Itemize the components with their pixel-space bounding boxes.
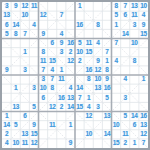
cell-r7c6[interactable]: 15: [48, 57, 57, 66]
cell-r7c4[interactable]: [29, 57, 38, 66]
cell-r13c3[interactable]: 6: [20, 112, 29, 121]
cell-r6c11[interactable]: [93, 48, 102, 57]
cell-r5c4[interactable]: [29, 39, 38, 48]
cell-r14c3[interactable]: [20, 121, 29, 130]
cell-r12c9[interactable]: 15: [75, 102, 84, 111]
cell-r1c4[interactable]: 11: [29, 2, 38, 11]
cell-r11c1[interactable]: [2, 93, 11, 102]
cell-r1c1[interactable]: 3: [2, 2, 11, 11]
cell-r3c12[interactable]: [102, 20, 111, 29]
cell-r5c2[interactable]: [11, 39, 20, 48]
cell-r16c16[interactable]: 7: [139, 139, 148, 148]
cell-r16c11[interactable]: [93, 139, 102, 148]
cell-r16c15[interactable]: 1: [130, 139, 139, 148]
cell-r16c1[interactable]: 4: [2, 139, 11, 148]
cell-r1c11[interactable]: [93, 2, 102, 11]
cell-r10c13[interactable]: [112, 84, 121, 93]
cell-r3c10[interactable]: [84, 20, 93, 29]
cell-r2c9[interactable]: [75, 11, 84, 20]
cell-r4c3[interactable]: 7: [20, 29, 29, 38]
cell-r6c3[interactable]: 1: [20, 48, 29, 57]
cell-r5c16[interactable]: [139, 39, 148, 48]
cell-r2c15[interactable]: 11: [130, 11, 139, 20]
cell-r15c16[interactable]: 12: [139, 130, 148, 139]
cell-r3c13[interactable]: 1: [112, 20, 121, 29]
cell-r15c7[interactable]: [57, 130, 66, 139]
cell-r7c15[interactable]: 8: [130, 57, 139, 66]
cell-r2c1[interactable]: 13: [2, 11, 11, 20]
cell-r8c4[interactable]: [29, 66, 38, 75]
cell-r4c16[interactable]: 15: [139, 29, 148, 38]
cell-r9c13[interactable]: [112, 75, 121, 84]
cell-r5c15[interactable]: 10: [130, 39, 139, 48]
cell-r14c5[interactable]: [39, 121, 48, 130]
cell-r8c15[interactable]: [130, 66, 139, 75]
cell-r4c5[interactable]: 9: [39, 29, 48, 38]
cell-r3c15[interactable]: 3: [130, 20, 139, 29]
cell-r1c12[interactable]: [102, 2, 111, 11]
cell-r14c4[interactable]: 9: [29, 121, 38, 130]
cell-r11c7[interactable]: 16: [57, 93, 66, 102]
cell-r12c3[interactable]: [20, 102, 29, 111]
cell-r16c10[interactable]: [84, 139, 93, 148]
cell-r4c15[interactable]: [130, 29, 139, 38]
cell-r1c3[interactable]: 12: [20, 2, 29, 11]
cell-r11c13[interactable]: [112, 93, 121, 102]
cell-r2c14[interactable]: 6: [121, 11, 130, 20]
cell-r1c10[interactable]: [84, 2, 93, 11]
cell-r6c5[interactable]: 8: [39, 48, 48, 57]
cell-r12c13[interactable]: [112, 102, 121, 111]
cell-r4c14[interactable]: 14: [121, 29, 130, 38]
cell-r2c13[interactable]: 5: [112, 11, 121, 20]
cell-r11c16[interactable]: [139, 93, 148, 102]
cell-r14c7[interactable]: [57, 121, 66, 130]
cell-r15c4[interactable]: 15: [29, 130, 38, 139]
cell-r2c10[interactable]: [84, 11, 93, 20]
cell-r13c10[interactable]: 12: [84, 112, 93, 121]
cell-r11c15[interactable]: [130, 93, 139, 102]
cell-r13c4[interactable]: [29, 112, 38, 121]
cell-r11c4[interactable]: [29, 93, 38, 102]
cell-r16c2[interactable]: 10: [11, 139, 20, 148]
cell-r6c12[interactable]: 7: [102, 48, 111, 57]
cell-r5c1[interactable]: [2, 39, 11, 48]
cell-r9c14[interactable]: 4: [121, 75, 130, 84]
cell-r7c1[interactable]: [2, 57, 11, 66]
cell-r1c6[interactable]: [48, 2, 57, 11]
cell-r4c6[interactable]: [48, 29, 57, 38]
cell-r3c8[interactable]: [66, 20, 75, 29]
cell-r12c8[interactable]: 14: [66, 102, 75, 111]
cell-r6c13[interactable]: [112, 48, 121, 57]
cell-r14c9[interactable]: [75, 121, 84, 130]
cell-r2c12[interactable]: [102, 11, 111, 20]
cell-r8c14[interactable]: [121, 66, 130, 75]
cell-r15c3[interactable]: 13: [20, 130, 29, 139]
cell-r4c8[interactable]: [66, 29, 75, 38]
cell-r5c7[interactable]: 9: [57, 39, 66, 48]
cell-r15c8[interactable]: [66, 130, 75, 139]
cell-r6c1[interactable]: [2, 48, 11, 57]
cell-r12c10[interactable]: 4: [84, 102, 93, 111]
cell-r6c4[interactable]: [29, 48, 38, 57]
cell-r11c2[interactable]: [11, 93, 20, 102]
cell-r4c13[interactable]: [112, 29, 121, 38]
cell-r13c9[interactable]: [75, 112, 84, 121]
cell-r16c3[interactable]: 11: [20, 139, 29, 148]
cell-r11c12[interactable]: 5: [102, 93, 111, 102]
cell-r9c4[interactable]: [29, 75, 38, 84]
cell-r13c2[interactable]: [11, 112, 20, 121]
cell-r14c1[interactable]: 14: [2, 121, 11, 130]
cell-r5c6[interactable]: 6: [48, 39, 57, 48]
cell-r9c2[interactable]: [11, 75, 20, 84]
cell-r16c9[interactable]: [75, 139, 84, 148]
cell-r3c6[interactable]: [48, 20, 57, 29]
cell-r9c10[interactable]: 8: [84, 75, 93, 84]
cell-r7c5[interactable]: 11: [39, 57, 48, 66]
cell-r8c5[interactable]: 7: [39, 66, 48, 75]
cell-r6c15[interactable]: [130, 48, 139, 57]
cell-r5c9[interactable]: 5: [75, 39, 84, 48]
cell-r12c16[interactable]: [139, 102, 148, 111]
cell-r1c5[interactable]: [39, 2, 48, 11]
cell-r11c14[interactable]: 3: [121, 93, 130, 102]
cell-r10c10[interactable]: [84, 84, 93, 93]
cell-r16c8[interactable]: 9: [66, 139, 75, 148]
cell-r16c14[interactable]: 2: [121, 139, 130, 148]
cell-r5c8[interactable]: 16: [66, 39, 75, 48]
cell-r3c5[interactable]: [39, 20, 48, 29]
cell-r12c4[interactable]: 5: [29, 102, 38, 111]
cell-r11c10[interactable]: 1: [84, 93, 93, 102]
cell-r9c12[interactable]: 9: [102, 75, 111, 84]
cell-r9c11[interactable]: 10: [93, 75, 102, 84]
cell-r4c10[interactable]: [84, 29, 93, 38]
cell-r14c15[interactable]: 6: [130, 121, 139, 130]
cell-r9c9[interactable]: [75, 75, 84, 84]
cell-r7c9[interactable]: 2: [75, 57, 84, 66]
cell-r14c11[interactable]: [93, 121, 102, 130]
cell-r10c16[interactable]: [139, 84, 148, 93]
cell-r12c6[interactable]: 12: [48, 102, 57, 111]
cell-r2c3[interactable]: 10: [20, 11, 29, 20]
cell-r9c8[interactable]: [66, 75, 75, 84]
cell-r3c3[interactable]: [20, 20, 29, 29]
cell-r1c2[interactable]: 9: [11, 2, 20, 11]
cell-r9c1[interactable]: [2, 75, 11, 84]
cell-r8c7[interactable]: 1: [57, 66, 66, 75]
cell-r14c14[interactable]: [121, 121, 130, 130]
cell-r10c14[interactable]: [121, 84, 130, 93]
cell-r15c15[interactable]: [130, 130, 139, 139]
cell-r13c5[interactable]: [39, 112, 48, 121]
cell-r14c8[interactable]: 1: [66, 121, 75, 130]
cell-r6c14[interactable]: [121, 48, 130, 57]
cell-r13c7[interactable]: [57, 112, 66, 121]
cell-r16c5[interactable]: [39, 139, 48, 148]
cell-r7c12[interactable]: 1: [102, 57, 111, 66]
cell-r3c7[interactable]: [57, 20, 66, 29]
cell-r8c9[interactable]: [75, 66, 84, 75]
cell-r15c2[interactable]: [11, 130, 20, 139]
cell-r14c12[interactable]: [102, 121, 111, 130]
cell-r7c13[interactable]: 4: [112, 57, 121, 66]
cell-r6c9[interactable]: 10: [75, 48, 84, 57]
cell-r3c9[interactable]: 16: [75, 20, 84, 29]
cell-r3c14[interactable]: [121, 20, 130, 29]
cell-r2c8[interactable]: [66, 11, 75, 20]
cell-r10c2[interactable]: 1: [11, 84, 20, 93]
cell-r15c11[interactable]: [93, 130, 102, 139]
cell-r4c4[interactable]: [29, 29, 38, 38]
cell-r13c14[interactable]: 5: [121, 112, 130, 121]
cell-r2c7[interactable]: 7: [57, 11, 66, 20]
cell-r7c8[interactable]: 12: [66, 57, 75, 66]
cell-r4c1[interactable]: 5: [2, 29, 11, 38]
cell-r2c11[interactable]: [93, 11, 102, 20]
cell-r8c16[interactable]: [139, 66, 148, 75]
cell-r2c16[interactable]: 4: [139, 11, 148, 20]
cell-r12c1[interactable]: [2, 102, 11, 111]
cell-r13c6[interactable]: [48, 112, 57, 121]
cell-r11c11[interactable]: [93, 93, 102, 102]
cell-r6c7[interactable]: 3: [57, 48, 66, 57]
cell-r7c7[interactable]: [57, 57, 66, 66]
cell-r3c1[interactable]: 6: [2, 20, 11, 29]
sudoku-cells: 3912111871310131012756114614416813958794…: [2, 2, 148, 148]
cell-r16c12[interactable]: [102, 139, 111, 148]
cell-r14c2[interactable]: 5: [11, 121, 20, 130]
cell-r9c6[interactable]: 7: [48, 75, 57, 84]
cell-r10c4[interactable]: 3: [29, 84, 38, 93]
cell-r7c10[interactable]: [84, 57, 93, 66]
cell-r10c12[interactable]: 16: [102, 84, 111, 93]
cell-r9c7[interactable]: 11: [57, 75, 66, 84]
cell-r8c2[interactable]: [11, 66, 20, 75]
cell-r11c5[interactable]: 6: [39, 93, 48, 102]
cell-r12c5[interactable]: [39, 102, 48, 111]
cell-r11c3[interactable]: [20, 93, 29, 102]
cell-r2c5[interactable]: 12: [39, 11, 48, 20]
cell-r15c9[interactable]: [75, 130, 84, 139]
cell-r10c15[interactable]: [130, 84, 139, 93]
cell-r10c9[interactable]: 14: [75, 84, 84, 93]
cell-r16c13[interactable]: 15: [112, 139, 121, 148]
cell-r13c1[interactable]: 1: [2, 112, 11, 121]
cell-r10c11[interactable]: 13: [93, 84, 102, 93]
cell-r5c13[interactable]: 7: [112, 39, 121, 48]
cell-r12c7[interactable]: 2: [57, 102, 66, 111]
cell-r12c14[interactable]: [121, 102, 130, 111]
cell-r13c13[interactable]: [112, 112, 121, 121]
cell-r10c6[interactable]: 8: [48, 84, 57, 93]
cell-r8c12[interactable]: 8: [102, 66, 111, 75]
cell-r4c7[interactable]: 4: [57, 29, 66, 38]
cell-r2c6[interactable]: [48, 11, 57, 20]
cell-r16c7[interactable]: [57, 139, 66, 148]
cell-r4c11[interactable]: [93, 29, 102, 38]
cell-r1c15[interactable]: 13: [130, 2, 139, 11]
cell-r7c14[interactable]: [121, 57, 130, 66]
cell-r9c16[interactable]: 1: [139, 75, 148, 84]
cell-r7c3[interactable]: [20, 57, 29, 66]
cell-r12c12[interactable]: [102, 102, 111, 111]
cell-r13c8[interactable]: [66, 112, 75, 121]
cell-r7c2[interactable]: [11, 57, 20, 66]
cell-r8c8[interactable]: [66, 66, 75, 75]
cell-r12c15[interactable]: [130, 102, 139, 111]
cell-r5c5[interactable]: [39, 39, 48, 48]
cell-r14c13[interactable]: 10: [112, 121, 121, 130]
cell-r5c12[interactable]: [102, 39, 111, 48]
cell-r15c5[interactable]: [39, 130, 48, 139]
cell-r3c16[interactable]: 9: [139, 20, 148, 29]
cell-r14c6[interactable]: 11: [48, 121, 57, 130]
cell-r8c3[interactable]: 3: [20, 66, 29, 75]
cell-r6c8[interactable]: 2: [66, 48, 75, 57]
cell-r10c5[interactable]: 10: [39, 84, 48, 93]
cell-r15c10[interactable]: 10: [84, 130, 93, 139]
cell-r4c9[interactable]: [75, 29, 84, 38]
cell-r3c11[interactable]: 8: [93, 20, 102, 29]
cell-r10c3[interactable]: [20, 84, 29, 93]
cell-r4c12[interactable]: [102, 29, 111, 38]
cell-r16c6[interactable]: [48, 139, 57, 148]
cell-r10c1[interactable]: [2, 84, 11, 93]
cell-r15c1[interactable]: 2: [2, 130, 11, 139]
cell-r16c4[interactable]: 12: [29, 139, 38, 148]
cell-r1c9[interactable]: 1: [75, 2, 84, 11]
cell-r9c15[interactable]: [130, 75, 139, 84]
cell-r6c6[interactable]: [48, 48, 57, 57]
cell-r8c13[interactable]: [112, 66, 121, 75]
cell-r9c3[interactable]: [20, 75, 29, 84]
cell-r11c8[interactable]: 13: [66, 93, 75, 102]
cell-r15c13[interactable]: [112, 130, 121, 139]
cell-r5c3[interactable]: [20, 39, 29, 48]
cell-r5c14[interactable]: [121, 39, 130, 48]
cell-r1c16[interactable]: 10: [139, 2, 148, 11]
cell-r1c7[interactable]: [57, 2, 66, 11]
cell-r11c6[interactable]: [48, 93, 57, 102]
cell-r10c7[interactable]: [57, 84, 66, 93]
cell-r14c16[interactable]: 13: [139, 121, 148, 130]
cell-r14c10[interactable]: [84, 121, 93, 130]
cell-r8c1[interactable]: 9: [2, 66, 11, 75]
cell-r5c10[interactable]: 11: [84, 39, 93, 48]
cell-r8c6[interactable]: 4: [48, 66, 57, 75]
cell-r5c11[interactable]: 4: [93, 39, 102, 48]
cell-r13c12[interactable]: 13: [102, 112, 111, 121]
cell-r12c2[interactable]: 13: [11, 102, 20, 111]
cell-r4c2[interactable]: 8: [11, 29, 20, 38]
cell-r6c2[interactable]: [11, 48, 20, 57]
cell-r7c11[interactable]: 9: [93, 57, 102, 66]
cell-r13c15[interactable]: 14: [130, 112, 139, 121]
cell-r13c16[interactable]: 16: [139, 112, 148, 121]
cell-r12c11[interactable]: 3: [93, 102, 102, 111]
cell-r1c8[interactable]: [66, 2, 75, 11]
cell-r8c10[interactable]: 16: [84, 66, 93, 75]
cell-r10c8[interactable]: 4: [66, 84, 75, 93]
cell-r1c13[interactable]: 8: [112, 2, 121, 11]
cell-r11c9[interactable]: 7: [75, 93, 84, 102]
cell-r15c6[interactable]: [48, 130, 57, 139]
cell-r6c16[interactable]: [139, 48, 148, 57]
cell-r13c11[interactable]: [93, 112, 102, 121]
cell-r3c2[interactable]: 14: [11, 20, 20, 29]
cell-r7c16[interactable]: [139, 57, 148, 66]
cell-r1c14[interactable]: 7: [121, 2, 130, 11]
sudoku-board: 3912111871310131012756114614416813958794…: [0, 0, 150, 150]
cell-r3c4[interactable]: 4: [29, 20, 38, 29]
cell-r8c11[interactable]: 12: [93, 66, 102, 75]
cell-r15c12[interactable]: 14: [102, 130, 111, 139]
cell-r15c14[interactable]: 11: [121, 130, 130, 139]
cell-r2c4[interactable]: [29, 11, 38, 20]
cell-r2c2[interactable]: [11, 11, 20, 20]
cell-r6c10[interactable]: 15: [84, 48, 93, 57]
cell-r9c5[interactable]: 3: [39, 75, 48, 84]
